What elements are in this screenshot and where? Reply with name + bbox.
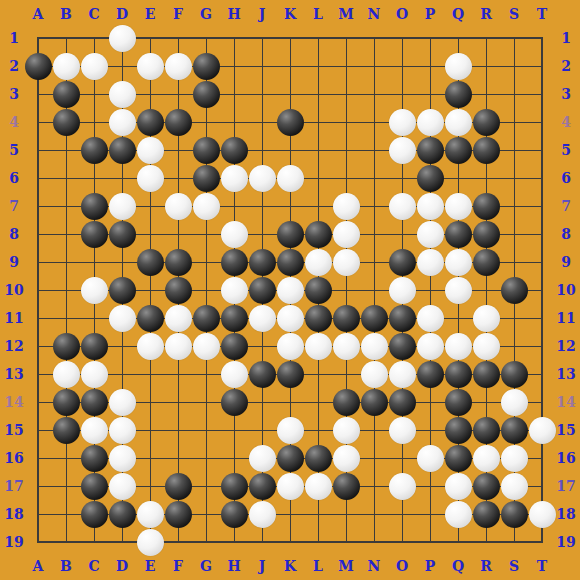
row-label-left-5: 5 (9, 143, 19, 157)
intersection-M2[interactable] (332, 52, 360, 80)
intersection-A15[interactable] (24, 416, 52, 444)
intersection-A7[interactable] (24, 192, 52, 220)
intersection-E16[interactable] (136, 444, 164, 472)
intersection-M14: ● (332, 388, 360, 416)
intersection-G17[interactable] (192, 472, 220, 500)
intersection-R10[interactable] (472, 276, 500, 304)
stone-white-D4: ○ (109, 109, 136, 136)
intersection-B17[interactable] (52, 472, 80, 500)
intersection-P18[interactable] (416, 500, 444, 528)
stone-black-P5: ● (417, 137, 444, 164)
intersection-K1[interactable] (276, 24, 304, 52)
intersection-G1[interactable] (192, 24, 220, 52)
intersection-T11[interactable] (528, 304, 556, 332)
intersection-F13[interactable] (164, 360, 192, 388)
intersection-S19[interactable] (500, 528, 528, 556)
intersection-M1[interactable] (332, 24, 360, 52)
intersection-J3[interactable] (248, 80, 276, 108)
intersection-J6: ○ (248, 164, 276, 192)
intersection-D9[interactable] (108, 248, 136, 276)
intersection-Q13: ● (444, 360, 472, 388)
intersection-S4[interactable] (500, 108, 528, 136)
intersection-S6[interactable] (500, 164, 528, 192)
intersection-L11: ● (304, 304, 332, 332)
intersection-L4[interactable] (304, 108, 332, 136)
go-board[interactable]: ○●○○○○●○●○●●●○●●●○○○●●●○●●○●●●○●○○○●●○○○… (0, 0, 580, 580)
stone-white-P7: ○ (417, 193, 444, 220)
intersection-R3[interactable] (472, 80, 500, 108)
intersection-G13[interactable] (192, 360, 220, 388)
column-label-bottom-P: P (425, 559, 436, 573)
stone-white-D1: ○ (109, 25, 136, 52)
intersection-G3: ● (192, 80, 220, 108)
intersection-G7: ○ (192, 192, 220, 220)
intersection-A3[interactable] (24, 80, 52, 108)
intersection-L5[interactable] (304, 136, 332, 164)
intersection-S1[interactable] (500, 24, 528, 52)
column-label-bottom-A: A (33, 559, 44, 573)
intersection-O11: ● (388, 304, 416, 332)
intersection-N17[interactable] (360, 472, 388, 500)
intersection-F6[interactable] (164, 164, 192, 192)
intersection-G19[interactable] (192, 528, 220, 556)
intersection-Q1[interactable] (444, 24, 472, 52)
column-label-top-N: N (368, 7, 381, 21)
intersection-F12: ○ (164, 332, 192, 360)
column-label-bottom-F: F (173, 559, 183, 573)
intersection-T13[interactable] (528, 360, 556, 388)
intersection-A8[interactable] (24, 220, 52, 248)
intersection-T4[interactable] (528, 108, 556, 136)
intersection-C4[interactable] (80, 108, 108, 136)
intersection-S7[interactable] (500, 192, 528, 220)
intersection-T8[interactable] (528, 220, 556, 248)
intersection-A6[interactable] (24, 164, 52, 192)
intersection-K2[interactable] (276, 52, 304, 80)
column-label-top-P: P (425, 7, 436, 21)
intersection-A5[interactable] (24, 136, 52, 164)
intersection-S17: ○ (500, 472, 528, 500)
intersection-N9[interactable] (360, 248, 388, 276)
intersection-H1[interactable] (220, 24, 248, 52)
intersection-P14[interactable] (416, 388, 444, 416)
intersection-C1[interactable] (80, 24, 108, 52)
intersection-R19[interactable] (472, 528, 500, 556)
intersection-P19[interactable] (416, 528, 444, 556)
intersection-G18[interactable] (192, 500, 220, 528)
column-label-bottom-G: G (200, 559, 212, 573)
intersection-A13[interactable] (24, 360, 52, 388)
intersection-J4[interactable] (248, 108, 276, 136)
intersection-H7[interactable] (220, 192, 248, 220)
intersection-B16[interactable] (52, 444, 80, 472)
stone-black-G5: ● (193, 137, 220, 164)
stone-white-S16: ○ (501, 445, 528, 472)
intersection-A11[interactable] (24, 304, 52, 332)
intersection-T7[interactable] (528, 192, 556, 220)
intersection-T19[interactable] (528, 528, 556, 556)
stone-white-G7: ○ (193, 193, 220, 220)
intersection-B1[interactable] (52, 24, 80, 52)
intersection-P1[interactable] (416, 24, 444, 52)
stone-black-P13: ● (417, 361, 444, 388)
intersection-N14: ● (360, 388, 388, 416)
intersection-F5[interactable] (164, 136, 192, 164)
intersection-B10[interactable] (52, 276, 80, 304)
intersection-Q19[interactable] (444, 528, 472, 556)
intersection-Q16: ● (444, 444, 472, 472)
intersection-B8[interactable] (52, 220, 80, 248)
intersection-L13[interactable] (304, 360, 332, 388)
intersection-O16[interactable] (388, 444, 416, 472)
intersection-O6[interactable] (388, 164, 416, 192)
intersection-S3[interactable] (500, 80, 528, 108)
column-label-top-G: G (200, 7, 212, 21)
stone-white-F12: ○ (165, 333, 192, 360)
intersection-N19[interactable] (360, 528, 388, 556)
intersection-A12[interactable] (24, 332, 52, 360)
column-label-top-O: O (396, 7, 408, 21)
intersection-O15: ○ (388, 416, 416, 444)
intersection-J17: ● (248, 472, 276, 500)
intersection-A17[interactable] (24, 472, 52, 500)
column-label-top-E: E (145, 7, 156, 21)
intersection-F18: ● (164, 500, 192, 528)
intersection-J14[interactable] (248, 388, 276, 416)
intersection-H16[interactable] (220, 444, 248, 472)
intersection-B5[interactable] (52, 136, 80, 164)
intersection-L14[interactable] (304, 388, 332, 416)
stone-white-O4: ○ (389, 109, 416, 136)
intersection-N1[interactable] (360, 24, 388, 52)
stone-white-M15: ○ (333, 417, 360, 444)
intersection-L18[interactable] (304, 500, 332, 528)
column-label-bottom-C: C (88, 559, 99, 573)
intersection-A18[interactable] (24, 500, 52, 528)
intersection-K18[interactable] (276, 500, 304, 528)
stone-white-P12: ○ (417, 333, 444, 360)
intersection-G4[interactable] (192, 108, 220, 136)
intersection-T9[interactable] (528, 248, 556, 276)
intersection-T10[interactable] (528, 276, 556, 304)
intersection-B6[interactable] (52, 164, 80, 192)
stone-white-E5: ○ (137, 137, 164, 164)
intersection-C9[interactable] (80, 248, 108, 276)
intersection-L19[interactable] (304, 528, 332, 556)
intersection-M6[interactable] (332, 164, 360, 192)
stone-white-Q12: ○ (445, 333, 472, 360)
intersection-N15[interactable] (360, 416, 388, 444)
intersection-F2: ○ (164, 52, 192, 80)
intersection-J5[interactable] (248, 136, 276, 164)
stone-white-S14: ○ (501, 389, 528, 416)
intersection-G14[interactable] (192, 388, 220, 416)
stone-black-Q8: ● (445, 221, 472, 248)
intersection-D12[interactable] (108, 332, 136, 360)
intersection-A9[interactable] (24, 248, 52, 276)
intersection-F1[interactable] (164, 24, 192, 52)
intersection-O18[interactable] (388, 500, 416, 528)
stone-white-M7: ○ (333, 193, 360, 220)
intersection-O3[interactable] (388, 80, 416, 108)
stone-white-D17: ○ (109, 473, 136, 500)
intersection-M4[interactable] (332, 108, 360, 136)
stone-white-E6: ○ (137, 165, 164, 192)
stone-black-H14: ● (221, 389, 248, 416)
stone-black-Q14: ● (445, 389, 472, 416)
stone-black-M14: ● (333, 389, 360, 416)
stone-black-G2: ● (193, 53, 220, 80)
intersection-O5: ○ (388, 136, 416, 164)
intersection-T3[interactable] (528, 80, 556, 108)
intersection-M5[interactable] (332, 136, 360, 164)
intersection-C11[interactable] (80, 304, 108, 332)
intersection-H2[interactable] (220, 52, 248, 80)
intersection-K3[interactable] (276, 80, 304, 108)
stone-black-K16: ● (277, 445, 304, 472)
intersection-N10[interactable] (360, 276, 388, 304)
intersection-Q11[interactable] (444, 304, 472, 332)
intersection-D13[interactable] (108, 360, 136, 388)
intersection-K7[interactable] (276, 192, 304, 220)
intersection-M10[interactable] (332, 276, 360, 304)
row-label-left-19: 19 (4, 535, 23, 549)
stone-black-R4: ● (473, 109, 500, 136)
intersection-K19[interactable] (276, 528, 304, 556)
intersection-S8[interactable] (500, 220, 528, 248)
intersection-B18[interactable] (52, 500, 80, 528)
intersection-N18[interactable] (360, 500, 388, 528)
intersection-L8: ● (304, 220, 332, 248)
intersection-N3[interactable] (360, 80, 388, 108)
intersection-N7[interactable] (360, 192, 388, 220)
intersection-B9[interactable] (52, 248, 80, 276)
intersection-J19[interactable] (248, 528, 276, 556)
intersection-G9[interactable] (192, 248, 220, 276)
intersection-E17[interactable] (136, 472, 164, 500)
intersection-D19[interactable] (108, 528, 136, 556)
intersection-P3[interactable] (416, 80, 444, 108)
stone-black-G6: ● (193, 165, 220, 192)
stone-white-K12: ○ (277, 333, 304, 360)
intersection-F16[interactable] (164, 444, 192, 472)
intersection-M13[interactable] (332, 360, 360, 388)
row-label-right-7: 7 (561, 199, 571, 213)
intersection-E4: ● (136, 108, 164, 136)
intersection-C16: ● (80, 444, 108, 472)
intersection-T6[interactable] (528, 164, 556, 192)
intersection-S9[interactable] (500, 248, 528, 276)
row-label-left-3: 3 (9, 87, 19, 101)
intersection-N2[interactable] (360, 52, 388, 80)
intersection-D6[interactable] (108, 164, 136, 192)
intersection-H3[interactable] (220, 80, 248, 108)
intersection-E7[interactable] (136, 192, 164, 220)
stone-white-C2: ○ (81, 53, 108, 80)
intersection-J8[interactable] (248, 220, 276, 248)
intersection-A16[interactable] (24, 444, 52, 472)
intersection-C6[interactable] (80, 164, 108, 192)
intersection-M18[interactable] (332, 500, 360, 528)
intersection-P15[interactable] (416, 416, 444, 444)
stone-black-H5: ● (221, 137, 248, 164)
intersection-R14[interactable] (472, 388, 500, 416)
intersection-J7[interactable] (248, 192, 276, 220)
intersection-G8[interactable] (192, 220, 220, 248)
stone-black-C17: ● (81, 473, 108, 500)
intersection-M3[interactable] (332, 80, 360, 108)
intersection-T2[interactable] (528, 52, 556, 80)
intersection-E3[interactable] (136, 80, 164, 108)
stone-white-E19: ○ (137, 529, 164, 556)
intersection-L1[interactable] (304, 24, 332, 52)
intersection-L2[interactable] (304, 52, 332, 80)
intersection-F7: ○ (164, 192, 192, 220)
intersection-R16: ○ (472, 444, 500, 472)
intersection-M19[interactable] (332, 528, 360, 556)
intersection-P17[interactable] (416, 472, 444, 500)
intersection-N5[interactable] (360, 136, 388, 164)
stone-white-J6: ○ (249, 165, 276, 192)
intersection-N16[interactable] (360, 444, 388, 472)
intersection-D17: ○ (108, 472, 136, 500)
stone-black-F4: ● (165, 109, 192, 136)
intersection-A1[interactable] (24, 24, 52, 52)
intersection-B19[interactable] (52, 528, 80, 556)
intersection-N4[interactable] (360, 108, 388, 136)
stone-white-R11: ○ (473, 305, 500, 332)
intersection-R2[interactable] (472, 52, 500, 80)
intersection-G16[interactable] (192, 444, 220, 472)
intersection-E13[interactable] (136, 360, 164, 388)
intersection-B11[interactable] (52, 304, 80, 332)
intersection-H4[interactable] (220, 108, 248, 136)
intersection-A14[interactable] (24, 388, 52, 416)
intersection-T12[interactable] (528, 332, 556, 360)
intersection-O8[interactable] (388, 220, 416, 248)
intersection-T17[interactable] (528, 472, 556, 500)
stone-white-Q4: ○ (445, 109, 472, 136)
intersection-D15: ○ (108, 416, 136, 444)
intersection-T14[interactable] (528, 388, 556, 416)
intersection-C3[interactable] (80, 80, 108, 108)
intersection-L3[interactable] (304, 80, 332, 108)
intersection-F15[interactable] (164, 416, 192, 444)
row-label-right-3: 3 (561, 87, 571, 101)
intersection-E8[interactable] (136, 220, 164, 248)
intersection-J12[interactable] (248, 332, 276, 360)
intersection-S2[interactable] (500, 52, 528, 80)
intersection-H15[interactable] (220, 416, 248, 444)
stone-black-J17: ● (249, 473, 276, 500)
intersection-S5[interactable] (500, 136, 528, 164)
intersection-F4: ● (164, 108, 192, 136)
stone-black-H17: ● (221, 473, 248, 500)
intersection-O2[interactable] (388, 52, 416, 80)
stone-black-Q15: ● (445, 417, 472, 444)
stone-white-D11: ○ (109, 305, 136, 332)
intersection-F8[interactable] (164, 220, 192, 248)
intersection-A10[interactable] (24, 276, 52, 304)
intersection-L7[interactable] (304, 192, 332, 220)
intersection-Q2: ○ (444, 52, 472, 80)
stone-black-B4: ● (53, 109, 80, 136)
stone-black-A2: ● (25, 53, 52, 80)
intersection-O19[interactable] (388, 528, 416, 556)
intersection-E6: ○ (136, 164, 164, 192)
intersection-A4[interactable] (24, 108, 52, 136)
stone-black-F9: ● (165, 249, 192, 276)
intersection-N6[interactable] (360, 164, 388, 192)
intersection-E10[interactable] (136, 276, 164, 304)
intersection-G10[interactable] (192, 276, 220, 304)
intersection-B7[interactable] (52, 192, 80, 220)
intersection-E14[interactable] (136, 388, 164, 416)
intersection-F14[interactable] (164, 388, 192, 416)
intersection-Q8: ● (444, 220, 472, 248)
intersection-T1[interactable] (528, 24, 556, 52)
intersection-T16[interactable] (528, 444, 556, 472)
intersection-Q6[interactable] (444, 164, 472, 192)
intersection-R6[interactable] (472, 164, 500, 192)
intersection-M12: ○ (332, 332, 360, 360)
intersection-D2[interactable] (108, 52, 136, 80)
intersection-K5[interactable] (276, 136, 304, 164)
intersection-K14[interactable] (276, 388, 304, 416)
intersection-F19[interactable] (164, 528, 192, 556)
intersection-E1[interactable] (136, 24, 164, 52)
stone-black-R7: ● (473, 193, 500, 220)
intersection-M7: ○ (332, 192, 360, 220)
intersection-C19[interactable] (80, 528, 108, 556)
stone-black-L11: ● (305, 305, 332, 332)
intersection-B14: ● (52, 388, 80, 416)
intersection-M17: ● (332, 472, 360, 500)
stone-black-H18: ● (221, 501, 248, 528)
intersection-O1[interactable] (388, 24, 416, 52)
intersection-H19[interactable] (220, 528, 248, 556)
intersection-G12: ○ (192, 332, 220, 360)
intersection-P10[interactable] (416, 276, 444, 304)
intersection-N8[interactable] (360, 220, 388, 248)
intersection-H5: ● (220, 136, 248, 164)
intersection-S12[interactable] (500, 332, 528, 360)
intersection-E15[interactable] (136, 416, 164, 444)
intersection-R9: ● (472, 248, 500, 276)
intersection-S14: ○ (500, 388, 528, 416)
intersection-A19[interactable] (24, 528, 52, 556)
intersection-L6[interactable] (304, 164, 332, 192)
intersection-R1[interactable] (472, 24, 500, 52)
intersection-G15[interactable] (192, 416, 220, 444)
intersection-L15[interactable] (304, 416, 332, 444)
intersection-S11[interactable] (500, 304, 528, 332)
column-label-bottom-N: N (368, 559, 381, 573)
intersection-J1[interactable] (248, 24, 276, 52)
intersection-J15[interactable] (248, 416, 276, 444)
intersection-C5: ● (80, 136, 108, 164)
intersection-T5[interactable] (528, 136, 556, 164)
stone-white-D16: ○ (109, 445, 136, 472)
intersection-B2: ○ (52, 52, 80, 80)
stone-white-G12: ○ (193, 333, 220, 360)
intersection-J2[interactable] (248, 52, 276, 80)
intersection-D18: ● (108, 500, 136, 528)
intersection-P2[interactable] (416, 52, 444, 80)
intersection-D8: ● (108, 220, 136, 248)
intersection-F3[interactable] (164, 80, 192, 108)
intersection-E5: ○ (136, 136, 164, 164)
